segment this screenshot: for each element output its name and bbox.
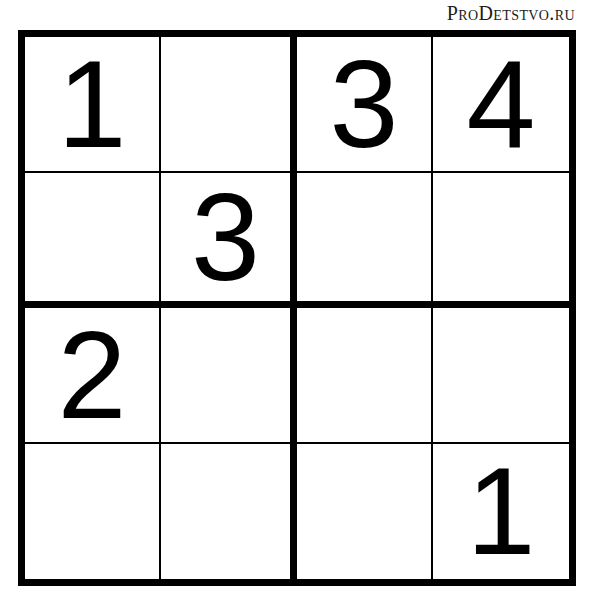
given-digit: 3: [191, 175, 260, 299]
given-digit: 1: [58, 42, 127, 166]
cell-r3c4[interactable]: [433, 308, 569, 444]
given-digit: 2: [58, 313, 127, 437]
watermark-text: ProDetstvo.ru: [447, 2, 575, 25]
cell-r4c4[interactable]: 1: [433, 444, 569, 580]
cell-r3c1[interactable]: 2: [25, 308, 161, 444]
page: ProDetstvo.ru 134321: [0, 0, 592, 604]
cell-r3c3[interactable]: [297, 308, 433, 444]
cell-r3c2[interactable]: [161, 308, 297, 444]
given-digit: 1: [467, 449, 536, 573]
cell-r4c3[interactable]: [297, 444, 433, 580]
cell-r1c3[interactable]: 3: [297, 37, 433, 173]
cell-r1c1[interactable]: 1: [25, 37, 161, 173]
cell-r4c2[interactable]: [161, 444, 297, 580]
sudoku-board: 134321: [18, 30, 576, 586]
cell-r1c2[interactable]: [161, 37, 297, 173]
given-digit: 3: [330, 42, 399, 166]
given-digit: 4: [467, 42, 536, 166]
cell-r2c2[interactable]: 3: [161, 173, 297, 309]
cell-r4c1[interactable]: [25, 444, 161, 580]
cell-r2c3[interactable]: [297, 173, 433, 309]
cell-r2c1[interactable]: [25, 173, 161, 309]
cell-r2c4[interactable]: [433, 173, 569, 309]
cell-r1c4[interactable]: 4: [433, 37, 569, 173]
